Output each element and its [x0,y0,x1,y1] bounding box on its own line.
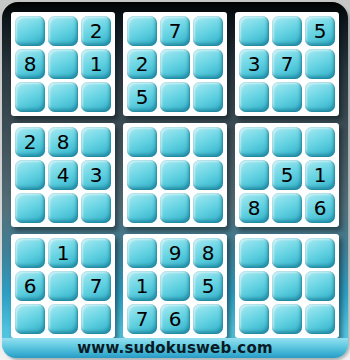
cell-r6c1[interactable] [15,193,45,223]
cell-r8c5[interactable] [160,271,190,301]
cell-r8c7[interactable] [239,271,269,301]
cell-r1c7[interactable] [239,16,269,46]
cell-r6c4[interactable] [127,193,157,223]
cell-r5c9[interactable]: 1 [305,160,335,190]
cell-r2c4[interactable]: 2 [127,49,157,79]
cell-r7c4[interactable] [127,238,157,268]
cell-r4c6[interactable] [193,127,223,157]
cell-r8c9[interactable] [305,271,335,301]
cell-r6c2[interactable] [48,193,78,223]
cell-r4c5[interactable] [160,127,190,157]
cell-r7c3[interactable] [81,238,111,268]
cell-r4c7[interactable] [239,127,269,157]
cell-r8c4[interactable]: 1 [127,271,157,301]
cell-r1c3[interactable]: 2 [81,16,111,46]
box-8: 981576 [123,234,227,338]
cell-r6c6[interactable] [193,193,223,223]
box-2: 725 [123,12,227,116]
site-url: www.sudokusweb.com [77,339,272,357]
cell-r9c3[interactable] [81,304,111,334]
cell-r5c6[interactable] [193,160,223,190]
cell-r5c5[interactable] [160,160,190,190]
cell-r7c5[interactable]: 9 [160,238,190,268]
cell-r3c6[interactable] [193,82,223,112]
cell-r8c6[interactable]: 5 [193,271,223,301]
cell-r2c2[interactable] [48,49,78,79]
cell-r9c2[interactable] [48,304,78,334]
cell-r5c7[interactable] [239,160,269,190]
cell-r1c2[interactable] [48,16,78,46]
cell-r5c4[interactable] [127,160,157,190]
cell-r2c9[interactable] [305,49,335,79]
cell-r7c8[interactable] [272,238,302,268]
cell-r1c9[interactable]: 5 [305,16,335,46]
cell-r1c4[interactable] [127,16,157,46]
cell-r9c9[interactable] [305,304,335,334]
cell-r3c9[interactable] [305,82,335,112]
cell-r5c1[interactable] [15,160,45,190]
cell-r6c7[interactable]: 8 [239,193,269,223]
cell-r2c8[interactable]: 7 [272,49,302,79]
box-3: 537 [235,12,339,116]
cell-r7c7[interactable] [239,238,269,268]
cell-r9c5[interactable]: 6 [160,304,190,334]
cell-r1c1[interactable] [15,16,45,46]
cell-r4c8[interactable] [272,127,302,157]
box-6: 5186 [235,123,339,227]
cell-r2c1[interactable]: 8 [15,49,45,79]
box-4: 2843 [11,123,115,227]
cell-r9c8[interactable] [272,304,302,334]
box-9 [235,234,339,338]
cell-r2c5[interactable] [160,49,190,79]
cell-r5c3[interactable]: 3 [81,160,111,190]
cell-r7c6[interactable]: 8 [193,238,223,268]
cell-r9c6[interactable] [193,304,223,334]
cell-r1c5[interactable]: 7 [160,16,190,46]
cell-r3c1[interactable] [15,82,45,112]
box-5 [123,123,227,227]
cell-r8c8[interactable] [272,271,302,301]
cell-r7c1[interactable] [15,238,45,268]
cell-r4c3[interactable] [81,127,111,157]
cell-r6c9[interactable]: 6 [305,193,335,223]
cell-r8c1[interactable]: 6 [15,271,45,301]
sudoku-grid: 28172553728435186167981576 [11,12,339,338]
cell-r8c2[interactable] [48,271,78,301]
cell-r3c5[interactable] [160,82,190,112]
cell-r3c8[interactable] [272,82,302,112]
cell-r2c6[interactable] [193,49,223,79]
cell-r5c8[interactable]: 5 [272,160,302,190]
box-7: 167 [11,234,115,338]
cell-r6c3[interactable] [81,193,111,223]
cell-r8c3[interactable]: 7 [81,271,111,301]
cell-r3c7[interactable] [239,82,269,112]
board-footer: www.sudokusweb.com [2,338,348,358]
cell-r4c4[interactable] [127,127,157,157]
cell-r6c8[interactable] [272,193,302,223]
cell-r1c8[interactable] [272,16,302,46]
cell-r2c3[interactable]: 1 [81,49,111,79]
cell-r9c7[interactable] [239,304,269,334]
page-background: 28172553728435186167981576 www.sudokuswe… [0,0,350,360]
cell-r7c2[interactable]: 1 [48,238,78,268]
cell-r4c9[interactable] [305,127,335,157]
cell-r5c2[interactable]: 4 [48,160,78,190]
cell-r9c1[interactable] [15,304,45,334]
cell-r4c1[interactable]: 2 [15,127,45,157]
cell-r2c7[interactable]: 3 [239,49,269,79]
sudoku-board: 28172553728435186167981576 www.sudokuswe… [2,2,348,358]
cell-r3c3[interactable] [81,82,111,112]
cell-r3c2[interactable] [48,82,78,112]
cell-r6c5[interactable] [160,193,190,223]
box-1: 281 [11,12,115,116]
cell-r9c4[interactable]: 7 [127,304,157,334]
cell-r4c2[interactable]: 8 [48,127,78,157]
cell-r7c9[interactable] [305,238,335,268]
cell-r1c6[interactable] [193,16,223,46]
cell-r3c4[interactable]: 5 [127,82,157,112]
